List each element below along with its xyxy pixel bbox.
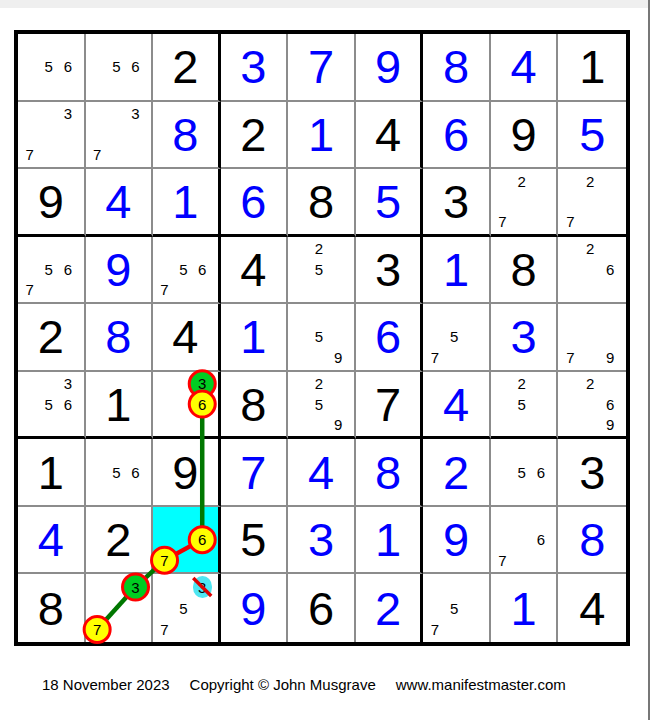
digit: 8 bbox=[153, 102, 218, 168]
candidate: 3 bbox=[58, 104, 77, 125]
digit: 1 bbox=[18, 439, 84, 505]
candidate: 6 bbox=[58, 394, 77, 414]
digit: 9 bbox=[356, 34, 421, 100]
candidates: 27 bbox=[558, 169, 626, 234]
cell-r4c1[interactable]: 567 bbox=[18, 237, 86, 305]
candidates: 356 bbox=[18, 372, 84, 437]
candidate: 5 bbox=[512, 394, 531, 414]
candidate: 5 bbox=[107, 462, 126, 483]
candidate: 6 bbox=[531, 529, 550, 550]
digit: 2 bbox=[221, 102, 287, 168]
cell-r2c4[interactable]: 2 bbox=[221, 102, 289, 170]
candidate: 7 bbox=[155, 619, 174, 640]
digit: 4 bbox=[491, 34, 557, 100]
cell-r4c5[interactable]: 25 bbox=[288, 237, 356, 305]
cell-r4c9[interactable]: 26 bbox=[558, 237, 626, 305]
candidate: 6 bbox=[193, 529, 212, 550]
cell-r5c8[interactable]: 3 bbox=[491, 304, 559, 372]
cell-r2c8[interactable]: 9 bbox=[491, 102, 559, 170]
candidate: 9 bbox=[329, 414, 348, 434]
cell-r5c4[interactable]: 1 bbox=[221, 304, 289, 372]
cell-r4c4[interactable]: 4 bbox=[221, 237, 289, 305]
cell-r6c6[interactable]: 7 bbox=[356, 372, 424, 440]
candidate: 5 bbox=[39, 394, 58, 414]
candidate: 2 bbox=[580, 374, 600, 394]
candidate: 5 bbox=[309, 394, 328, 414]
candidates: 57 bbox=[423, 304, 489, 370]
candidates: 27 bbox=[491, 169, 557, 234]
cell-r2c5[interactable]: 1 bbox=[288, 102, 356, 170]
digit: 3 bbox=[288, 507, 354, 573]
cell-r4c8[interactable]: 8 bbox=[491, 237, 559, 305]
digit: 3 bbox=[221, 34, 287, 100]
candidate: 2 bbox=[512, 171, 531, 191]
candidate: 7 bbox=[560, 211, 580, 231]
cell-r6c9[interactable]: 269 bbox=[558, 372, 626, 440]
cell-r3c8[interactable]: 27 bbox=[491, 169, 559, 237]
candidate: 6 bbox=[126, 462, 145, 483]
cell-r3c3[interactable]: 1 bbox=[153, 169, 221, 237]
cell-r3c4[interactable]: 6 bbox=[221, 169, 289, 237]
candidate: 6 bbox=[193, 259, 212, 280]
cell-r2c3[interactable]: 8 bbox=[153, 102, 221, 170]
candidates: 56 bbox=[86, 34, 152, 100]
candidate: 6 bbox=[58, 259, 77, 280]
digit: 5 bbox=[558, 102, 626, 168]
digit: 4 bbox=[153, 304, 218, 370]
digit: 2 bbox=[86, 507, 152, 573]
digit: 1 bbox=[288, 102, 354, 168]
candidates: 36 bbox=[153, 372, 218, 437]
cell-r3c9[interactable]: 27 bbox=[558, 169, 626, 237]
cell-r6c4[interactable]: 8 bbox=[221, 372, 289, 440]
candidates: 25 bbox=[288, 237, 354, 303]
digit: 9 bbox=[18, 169, 84, 234]
candidate: 7 bbox=[155, 550, 174, 571]
cell-r8c6[interactable]: 1 bbox=[356, 507, 424, 575]
cell-r1c1[interactable]: 56 bbox=[18, 34, 86, 102]
digit: 8 bbox=[288, 169, 354, 234]
candidates: 37 bbox=[86, 102, 152, 168]
cell-r5c2[interactable]: 8 bbox=[86, 304, 154, 372]
cell-r9c7[interactable]: 57 bbox=[423, 574, 491, 642]
cell-r3c7[interactable]: 3 bbox=[423, 169, 491, 237]
digit: 9 bbox=[491, 102, 557, 168]
candidate: 7 bbox=[88, 145, 107, 166]
cell-r5c1[interactable]: 2 bbox=[18, 304, 86, 372]
cell-r6c8[interactable]: 25 bbox=[491, 372, 559, 440]
footer: 18 November 2023 Copyright © John Musgra… bbox=[42, 676, 566, 693]
candidates: 57 bbox=[423, 574, 489, 642]
digit: 5 bbox=[221, 507, 287, 573]
cell-r3c6[interactable]: 5 bbox=[356, 169, 424, 237]
candidate: 5 bbox=[445, 598, 464, 619]
cell-r9c5[interactable]: 6 bbox=[288, 574, 356, 642]
candidate: 7 bbox=[493, 211, 512, 231]
digit: 2 bbox=[356, 574, 421, 642]
candidate: 5 bbox=[174, 598, 193, 619]
cell-r4c2[interactable]: 9 bbox=[86, 237, 154, 305]
cell-r5c6[interactable]: 6 bbox=[356, 304, 424, 372]
cell-r7c5[interactable]: 4 bbox=[288, 439, 356, 507]
cell-r7c2[interactable]: 56 bbox=[86, 439, 154, 507]
cell-r5c7[interactable]: 57 bbox=[423, 304, 491, 372]
cell-r8c7[interactable]: 9 bbox=[423, 507, 491, 575]
cell-r6c5[interactable]: 259 bbox=[288, 372, 356, 440]
candidate: 5 bbox=[309, 327, 328, 348]
digit: 1 bbox=[86, 372, 152, 437]
candidates: 56 bbox=[491, 439, 557, 505]
candidate: 7 bbox=[20, 145, 39, 166]
cell-r7c4[interactable]: 7 bbox=[221, 439, 289, 507]
digit: 6 bbox=[423, 102, 489, 168]
candidate: 6 bbox=[600, 259, 620, 280]
cell-r9c9[interactable]: 4 bbox=[558, 574, 626, 642]
candidate: 7 bbox=[560, 347, 580, 368]
cell-r9c3[interactable]: 357 bbox=[153, 574, 221, 642]
candidate: 6 bbox=[126, 57, 145, 78]
digit: 4 bbox=[288, 439, 354, 505]
candidates: 37 bbox=[18, 102, 84, 168]
digit: 9 bbox=[153, 439, 218, 505]
digit: 6 bbox=[221, 169, 287, 234]
digit: 2 bbox=[423, 439, 489, 505]
sudoku-page: 5656237984137378214695941685327275679567… bbox=[0, 0, 650, 720]
cell-r1c2[interactable]: 56 bbox=[86, 34, 154, 102]
candidate: 9 bbox=[329, 347, 348, 368]
candidates: 567 bbox=[153, 237, 218, 303]
digit: 2 bbox=[153, 34, 218, 100]
footer-date: 18 November 2023 bbox=[42, 676, 170, 693]
window-top-strip bbox=[0, 0, 650, 8]
cell-r1c3[interactable]: 2 bbox=[153, 34, 221, 102]
candidate: 2 bbox=[309, 374, 328, 394]
digit: 1 bbox=[153, 169, 218, 234]
candidate: 3 bbox=[126, 104, 145, 125]
candidate: 2 bbox=[309, 239, 328, 260]
digit: 8 bbox=[86, 304, 152, 370]
digit: 7 bbox=[221, 439, 287, 505]
cell-r8c9[interactable]: 8 bbox=[558, 507, 626, 575]
digit: 6 bbox=[356, 304, 421, 370]
candidate: 3 bbox=[126, 576, 145, 597]
cell-r9c4[interactable]: 9 bbox=[221, 574, 289, 642]
cell-r6c2[interactable]: 1 bbox=[86, 372, 154, 440]
cell-r6c3[interactable]: 36 bbox=[153, 372, 221, 440]
cell-r7c7[interactable]: 2 bbox=[423, 439, 491, 507]
digit: 2 bbox=[18, 304, 84, 370]
candidate: 5 bbox=[107, 57, 126, 78]
cell-r8c3[interactable]: 67 bbox=[153, 507, 221, 575]
candidate: 7 bbox=[155, 280, 174, 301]
cell-r6c1[interactable]: 356 bbox=[18, 372, 86, 440]
candidates: 567 bbox=[18, 237, 84, 303]
candidate: 6 bbox=[58, 57, 77, 78]
candidate: 6 bbox=[600, 394, 620, 414]
cell-r8c1[interactable]: 4 bbox=[18, 507, 86, 575]
digit: 4 bbox=[423, 372, 489, 437]
candidate: 7 bbox=[493, 550, 512, 571]
candidate: 6 bbox=[531, 462, 550, 483]
cell-r3c2[interactable]: 4 bbox=[86, 169, 154, 237]
candidate: 6 bbox=[193, 394, 212, 414]
cell-r9c6[interactable]: 2 bbox=[356, 574, 424, 642]
digit: 5 bbox=[356, 169, 421, 234]
cell-r4c3[interactable]: 567 bbox=[153, 237, 221, 305]
digit: 8 bbox=[18, 574, 84, 642]
cell-r7c3[interactable]: 9 bbox=[153, 439, 221, 507]
cell-r2c2[interactable]: 37 bbox=[86, 102, 154, 170]
candidate: 9 bbox=[600, 347, 620, 368]
digit: 9 bbox=[221, 574, 287, 642]
candidates: 67 bbox=[153, 507, 218, 573]
cell-r3c1[interactable]: 9 bbox=[18, 169, 86, 237]
candidate: 3 bbox=[193, 576, 212, 597]
digit: 8 bbox=[558, 507, 626, 573]
cell-r7c1[interactable]: 1 bbox=[18, 439, 86, 507]
digit: 3 bbox=[356, 237, 421, 303]
cell-r1c8[interactable]: 4 bbox=[491, 34, 559, 102]
cell-r9c1[interactable]: 8 bbox=[18, 574, 86, 642]
candidates: 56 bbox=[86, 439, 152, 505]
cell-r2c9[interactable]: 5 bbox=[558, 102, 626, 170]
cell-r9c8[interactable]: 1 bbox=[491, 574, 559, 642]
digit: 4 bbox=[558, 574, 626, 642]
digit: 8 bbox=[423, 34, 489, 100]
digit: 9 bbox=[86, 237, 152, 303]
sudoku-board: 5656237984137378214695941685327275679567… bbox=[14, 30, 630, 646]
cell-r8c8[interactable]: 67 bbox=[491, 507, 559, 575]
candidates: 56 bbox=[18, 34, 84, 100]
digit: 1 bbox=[558, 34, 626, 100]
cell-r1c4[interactable]: 3 bbox=[221, 34, 289, 102]
candidate: 7 bbox=[425, 347, 444, 368]
candidates: 26 bbox=[558, 237, 626, 303]
digit: 3 bbox=[491, 304, 557, 370]
candidate: 5 bbox=[174, 259, 193, 280]
footer-website: www.manifestmaster.com bbox=[396, 676, 566, 693]
cell-r8c4[interactable]: 5 bbox=[221, 507, 289, 575]
digit: 4 bbox=[356, 102, 421, 168]
cell-r1c5[interactable]: 7 bbox=[288, 34, 356, 102]
cell-r5c9[interactable]: 79 bbox=[558, 304, 626, 372]
candidates: 259 bbox=[288, 372, 354, 437]
digit: 7 bbox=[356, 372, 421, 437]
digit: 1 bbox=[491, 574, 557, 642]
candidate: 9 bbox=[600, 414, 620, 434]
digit: 9 bbox=[423, 507, 489, 573]
candidate: 7 bbox=[20, 280, 39, 301]
candidate: 3 bbox=[193, 374, 212, 394]
candidate: 5 bbox=[39, 57, 58, 78]
cell-r9c2[interactable]: 37 bbox=[86, 574, 154, 642]
cell-r4c6[interactable]: 3 bbox=[356, 237, 424, 305]
candidate: 7 bbox=[425, 619, 444, 640]
digit: 8 bbox=[491, 237, 557, 303]
cell-r5c5[interactable]: 59 bbox=[288, 304, 356, 372]
digit: 8 bbox=[221, 372, 287, 437]
digit: 6 bbox=[288, 574, 354, 642]
digit: 4 bbox=[86, 169, 152, 234]
candidate: 2 bbox=[512, 374, 531, 394]
candidate: 5 bbox=[309, 259, 328, 280]
cell-r1c6[interactable]: 9 bbox=[356, 34, 424, 102]
cell-r7c8[interactable]: 56 bbox=[491, 439, 559, 507]
cell-r7c6[interactable]: 8 bbox=[356, 439, 424, 507]
digit: 8 bbox=[356, 439, 421, 505]
cell-r6c7[interactable]: 4 bbox=[423, 372, 491, 440]
candidate: 3 bbox=[58, 374, 77, 394]
cell-r2c1[interactable]: 37 bbox=[18, 102, 86, 170]
candidate: 2 bbox=[580, 239, 600, 260]
digit: 3 bbox=[423, 169, 489, 234]
candidates: 25 bbox=[491, 372, 557, 437]
digit: 4 bbox=[18, 507, 84, 573]
digit: 3 bbox=[558, 439, 626, 505]
candidates: 357 bbox=[153, 574, 218, 642]
digit: 1 bbox=[221, 304, 287, 370]
cell-r2c6[interactable]: 4 bbox=[356, 102, 424, 170]
digit: 1 bbox=[423, 237, 489, 303]
cell-r2c7[interactable]: 6 bbox=[423, 102, 491, 170]
digit: 7 bbox=[288, 34, 354, 100]
candidates: 269 bbox=[558, 372, 626, 437]
candidate: 5 bbox=[39, 259, 58, 280]
cell-r4c7[interactable]: 1 bbox=[423, 237, 491, 305]
cell-r1c7[interactable]: 8 bbox=[423, 34, 491, 102]
digit: 4 bbox=[221, 237, 287, 303]
cell-r5c3[interactable]: 4 bbox=[153, 304, 221, 372]
candidates: 79 bbox=[558, 304, 626, 370]
cell-r7c9[interactable]: 3 bbox=[558, 439, 626, 507]
candidate: 5 bbox=[445, 327, 464, 348]
cell-r8c2[interactable]: 2 bbox=[86, 507, 154, 575]
candidate: 2 bbox=[580, 171, 600, 191]
candidate: 7 bbox=[88, 619, 107, 640]
candidates: 37 bbox=[86, 574, 152, 642]
cell-r8c5[interactable]: 3 bbox=[288, 507, 356, 575]
cell-r1c9[interactable]: 1 bbox=[558, 34, 626, 102]
candidate: 5 bbox=[512, 462, 531, 483]
footer-copyright: Copyright © John Musgrave bbox=[190, 676, 376, 693]
cell-r3c5[interactable]: 8 bbox=[288, 169, 356, 237]
candidates: 67 bbox=[491, 507, 557, 573]
candidates: 59 bbox=[288, 304, 354, 370]
digit: 1 bbox=[356, 507, 421, 573]
